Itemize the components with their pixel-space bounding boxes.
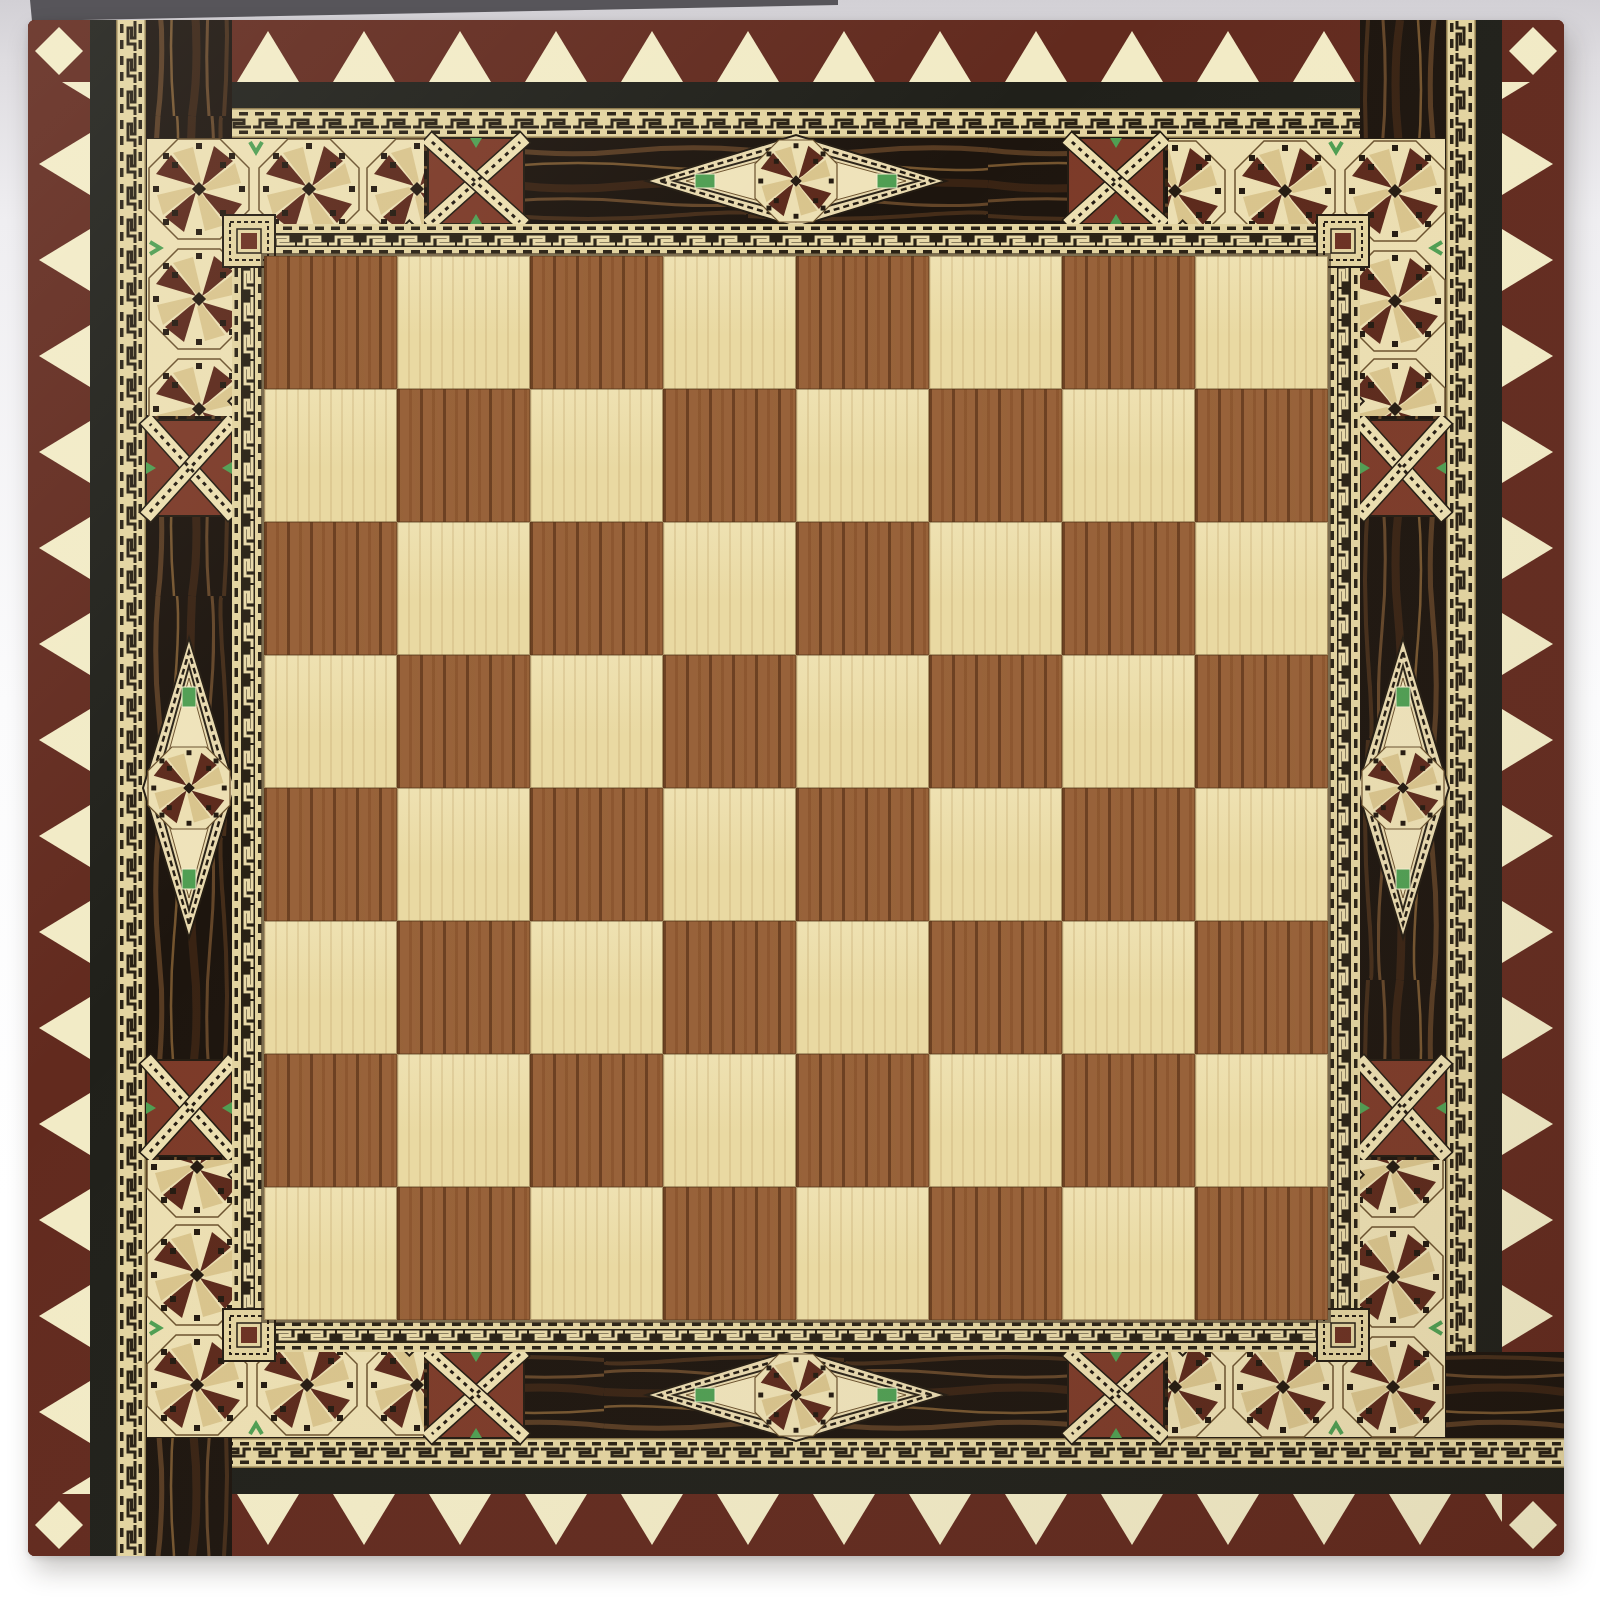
square-d3[interactable] <box>663 921 796 1054</box>
square-c3[interactable] <box>530 921 663 1054</box>
square-f5[interactable] <box>929 655 1062 788</box>
square-f7[interactable] <box>929 389 1062 522</box>
square-f8[interactable] <box>929 256 1062 389</box>
chess-board <box>28 20 1564 1556</box>
square-g3[interactable] <box>1062 921 1195 1054</box>
square-h8[interactable] <box>1195 256 1328 389</box>
square-g1[interactable] <box>1062 1187 1195 1320</box>
square-d7[interactable] <box>663 389 796 522</box>
square-e6[interactable] <box>796 522 929 655</box>
square-a3[interactable] <box>264 921 397 1054</box>
square-e8[interactable] <box>796 256 929 389</box>
square-f6[interactable] <box>929 522 1062 655</box>
square-e4[interactable] <box>796 788 929 921</box>
square-b3[interactable] <box>397 921 530 1054</box>
square-g2[interactable] <box>1062 1054 1195 1187</box>
square-e2[interactable] <box>796 1054 929 1187</box>
square-b4[interactable] <box>397 788 530 921</box>
square-f4[interactable] <box>929 788 1062 921</box>
square-h5[interactable] <box>1195 655 1328 788</box>
square-b5[interactable] <box>397 655 530 788</box>
square-c2[interactable] <box>530 1054 663 1187</box>
square-a6[interactable] <box>264 522 397 655</box>
square-c8[interactable] <box>530 256 663 389</box>
square-g4[interactable] <box>1062 788 1195 921</box>
square-d2[interactable] <box>663 1054 796 1187</box>
square-g6[interactable] <box>1062 522 1195 655</box>
square-a1[interactable] <box>264 1187 397 1320</box>
square-f2[interactable] <box>929 1054 1062 1187</box>
square-b2[interactable] <box>397 1054 530 1187</box>
square-d1[interactable] <box>663 1187 796 1320</box>
square-b8[interactable] <box>397 256 530 389</box>
square-a5[interactable] <box>264 655 397 788</box>
square-a2[interactable] <box>264 1054 397 1187</box>
square-h3[interactable] <box>1195 921 1328 1054</box>
square-c1[interactable] <box>530 1187 663 1320</box>
square-d8[interactable] <box>663 256 796 389</box>
square-f1[interactable] <box>929 1187 1062 1320</box>
square-e7[interactable] <box>796 389 929 522</box>
square-h1[interactable] <box>1195 1187 1328 1320</box>
square-e3[interactable] <box>796 921 929 1054</box>
square-e1[interactable] <box>796 1187 929 1320</box>
square-c5[interactable] <box>530 655 663 788</box>
square-g8[interactable] <box>1062 256 1195 389</box>
square-b1[interactable] <box>397 1187 530 1320</box>
square-e5[interactable] <box>796 655 929 788</box>
square-g7[interactable] <box>1062 389 1195 522</box>
square-h6[interactable] <box>1195 522 1328 655</box>
square-f3[interactable] <box>929 921 1062 1054</box>
square-h4[interactable] <box>1195 788 1328 921</box>
square-b7[interactable] <box>397 389 530 522</box>
square-d6[interactable] <box>663 522 796 655</box>
square-a7[interactable] <box>264 389 397 522</box>
square-h7[interactable] <box>1195 389 1328 522</box>
chessboard-grid <box>264 256 1328 1320</box>
square-a8[interactable] <box>264 256 397 389</box>
square-g5[interactable] <box>1062 655 1195 788</box>
square-a4[interactable] <box>264 788 397 921</box>
square-b6[interactable] <box>397 522 530 655</box>
backdrop-object-strip <box>0 0 840 22</box>
square-c6[interactable] <box>530 522 663 655</box>
square-c7[interactable] <box>530 389 663 522</box>
square-d5[interactable] <box>663 655 796 788</box>
square-c4[interactable] <box>530 788 663 921</box>
square-d4[interactable] <box>663 788 796 921</box>
square-h2[interactable] <box>1195 1054 1328 1187</box>
